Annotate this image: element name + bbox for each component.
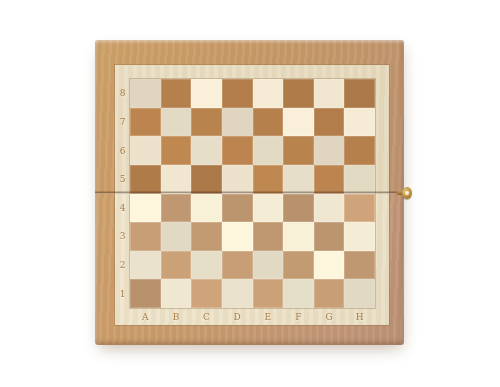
square-g8[interactable] (314, 79, 345, 108)
square-c5[interactable] (191, 165, 222, 194)
file-label-c: C (191, 308, 222, 325)
square-d4[interactable] (222, 194, 253, 223)
rank-label-3: 3 (115, 222, 130, 251)
latch-knob-icon (402, 187, 412, 199)
square-h1[interactable] (344, 279, 375, 308)
square-b5[interactable] (161, 165, 192, 194)
square-e2[interactable] (253, 251, 284, 280)
square-g3[interactable] (314, 222, 345, 251)
square-d7[interactable] (222, 108, 253, 137)
square-g4[interactable] (314, 194, 345, 223)
square-g6[interactable] (314, 136, 345, 165)
coordinate-border-band: 87654321 ABCDEFGH (115, 65, 389, 325)
rank-labels-column: 87654321 (115, 79, 130, 308)
square-c3[interactable] (191, 222, 222, 251)
square-e7[interactable] (253, 108, 284, 137)
square-b7[interactable] (161, 108, 192, 137)
chess-grid (130, 79, 375, 308)
square-h7[interactable] (344, 108, 375, 137)
square-a4[interactable] (130, 194, 161, 223)
square-a6[interactable] (130, 136, 161, 165)
rank-label-6: 6 (115, 136, 130, 165)
file-label-b: B (161, 308, 192, 325)
square-a7[interactable] (130, 108, 161, 137)
square-f2[interactable] (283, 251, 314, 280)
square-a2[interactable] (130, 251, 161, 280)
square-g5[interactable] (314, 165, 345, 194)
square-g1[interactable] (314, 279, 345, 308)
square-b8[interactable] (161, 79, 192, 108)
square-a3[interactable] (130, 222, 161, 251)
square-h5[interactable] (344, 165, 375, 194)
rank-label-4: 4 (115, 194, 130, 223)
square-f4[interactable] (283, 194, 314, 223)
square-h3[interactable] (344, 222, 375, 251)
square-g7[interactable] (314, 108, 345, 137)
file-label-g: G (314, 308, 345, 325)
square-c2[interactable] (191, 251, 222, 280)
square-f7[interactable] (283, 108, 314, 137)
square-d5[interactable] (222, 165, 253, 194)
square-f5[interactable] (283, 165, 314, 194)
square-h4[interactable] (344, 194, 375, 223)
square-h8[interactable] (344, 79, 375, 108)
square-e3[interactable] (253, 222, 284, 251)
square-c7[interactable] (191, 108, 222, 137)
square-h6[interactable] (344, 136, 375, 165)
square-d1[interactable] (222, 279, 253, 308)
square-g2[interactable] (314, 251, 345, 280)
file-labels-row: ABCDEFGH (130, 308, 375, 325)
rank-label-7: 7 (115, 108, 130, 137)
square-a1[interactable] (130, 279, 161, 308)
square-e5[interactable] (253, 165, 284, 194)
square-h2[interactable] (344, 251, 375, 280)
square-c6[interactable] (191, 136, 222, 165)
square-b2[interactable] (161, 251, 192, 280)
square-d8[interactable] (222, 79, 253, 108)
rank-label-8: 8 (115, 79, 130, 108)
square-c4[interactable] (191, 194, 222, 223)
file-label-h: H (344, 308, 375, 325)
rank-label-1: 1 (115, 279, 130, 308)
square-b3[interactable] (161, 222, 192, 251)
file-label-f: F (283, 308, 314, 325)
latch-pin-icon (397, 191, 403, 195)
square-a8[interactable] (130, 79, 161, 108)
file-label-d: D (222, 308, 253, 325)
square-f1[interactable] (283, 279, 314, 308)
rank-label-2: 2 (115, 251, 130, 280)
square-f8[interactable] (283, 79, 314, 108)
square-e8[interactable] (253, 79, 284, 108)
square-f6[interactable] (283, 136, 314, 165)
square-e4[interactable] (253, 194, 284, 223)
square-b4[interactable] (161, 194, 192, 223)
rank-label-5: 5 (115, 165, 130, 194)
square-e1[interactable] (253, 279, 284, 308)
square-d3[interactable] (222, 222, 253, 251)
square-f3[interactable] (283, 222, 314, 251)
square-b6[interactable] (161, 136, 192, 165)
square-d2[interactable] (222, 251, 253, 280)
square-c1[interactable] (191, 279, 222, 308)
square-b1[interactable] (161, 279, 192, 308)
square-d6[interactable] (222, 136, 253, 165)
file-label-e: E (253, 308, 284, 325)
brass-latch (397, 186, 412, 200)
square-e6[interactable] (253, 136, 284, 165)
square-c8[interactable] (191, 79, 222, 108)
folding-chessboard: 87654321 ABCDEFGH (95, 40, 404, 345)
file-label-a: A (130, 308, 161, 325)
square-a5[interactable] (130, 165, 161, 194)
photo-scene: 87654321 ABCDEFGH (0, 0, 500, 387)
